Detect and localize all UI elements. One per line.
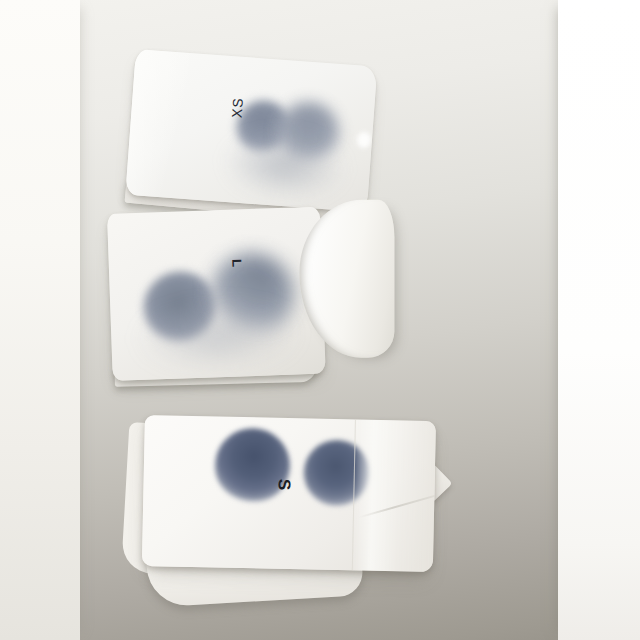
packet-l-envelope: L [107, 207, 326, 381]
right-white-surface-edge [558, 0, 640, 640]
packet-s-ear-tip-left [214, 427, 291, 504]
packet-xs: XS [125, 49, 377, 212]
photo-scene: XS L S [0, 0, 640, 640]
size-label-l: L [230, 259, 243, 267]
packet-l: L [107, 207, 326, 381]
packet-s-side-fold [352, 419, 436, 572]
packet-xs-edge-highlight [356, 131, 371, 148]
size-label-s: S [276, 479, 293, 491]
packet-s: S [142, 415, 436, 572]
left-white-surface-edge [0, 0, 80, 640]
packet-s-envelope: S [142, 415, 436, 572]
size-label-xs: XS [230, 97, 245, 119]
packet-xs-left-fold [125, 49, 190, 199]
packet-xs-envelope: XS [125, 49, 377, 212]
